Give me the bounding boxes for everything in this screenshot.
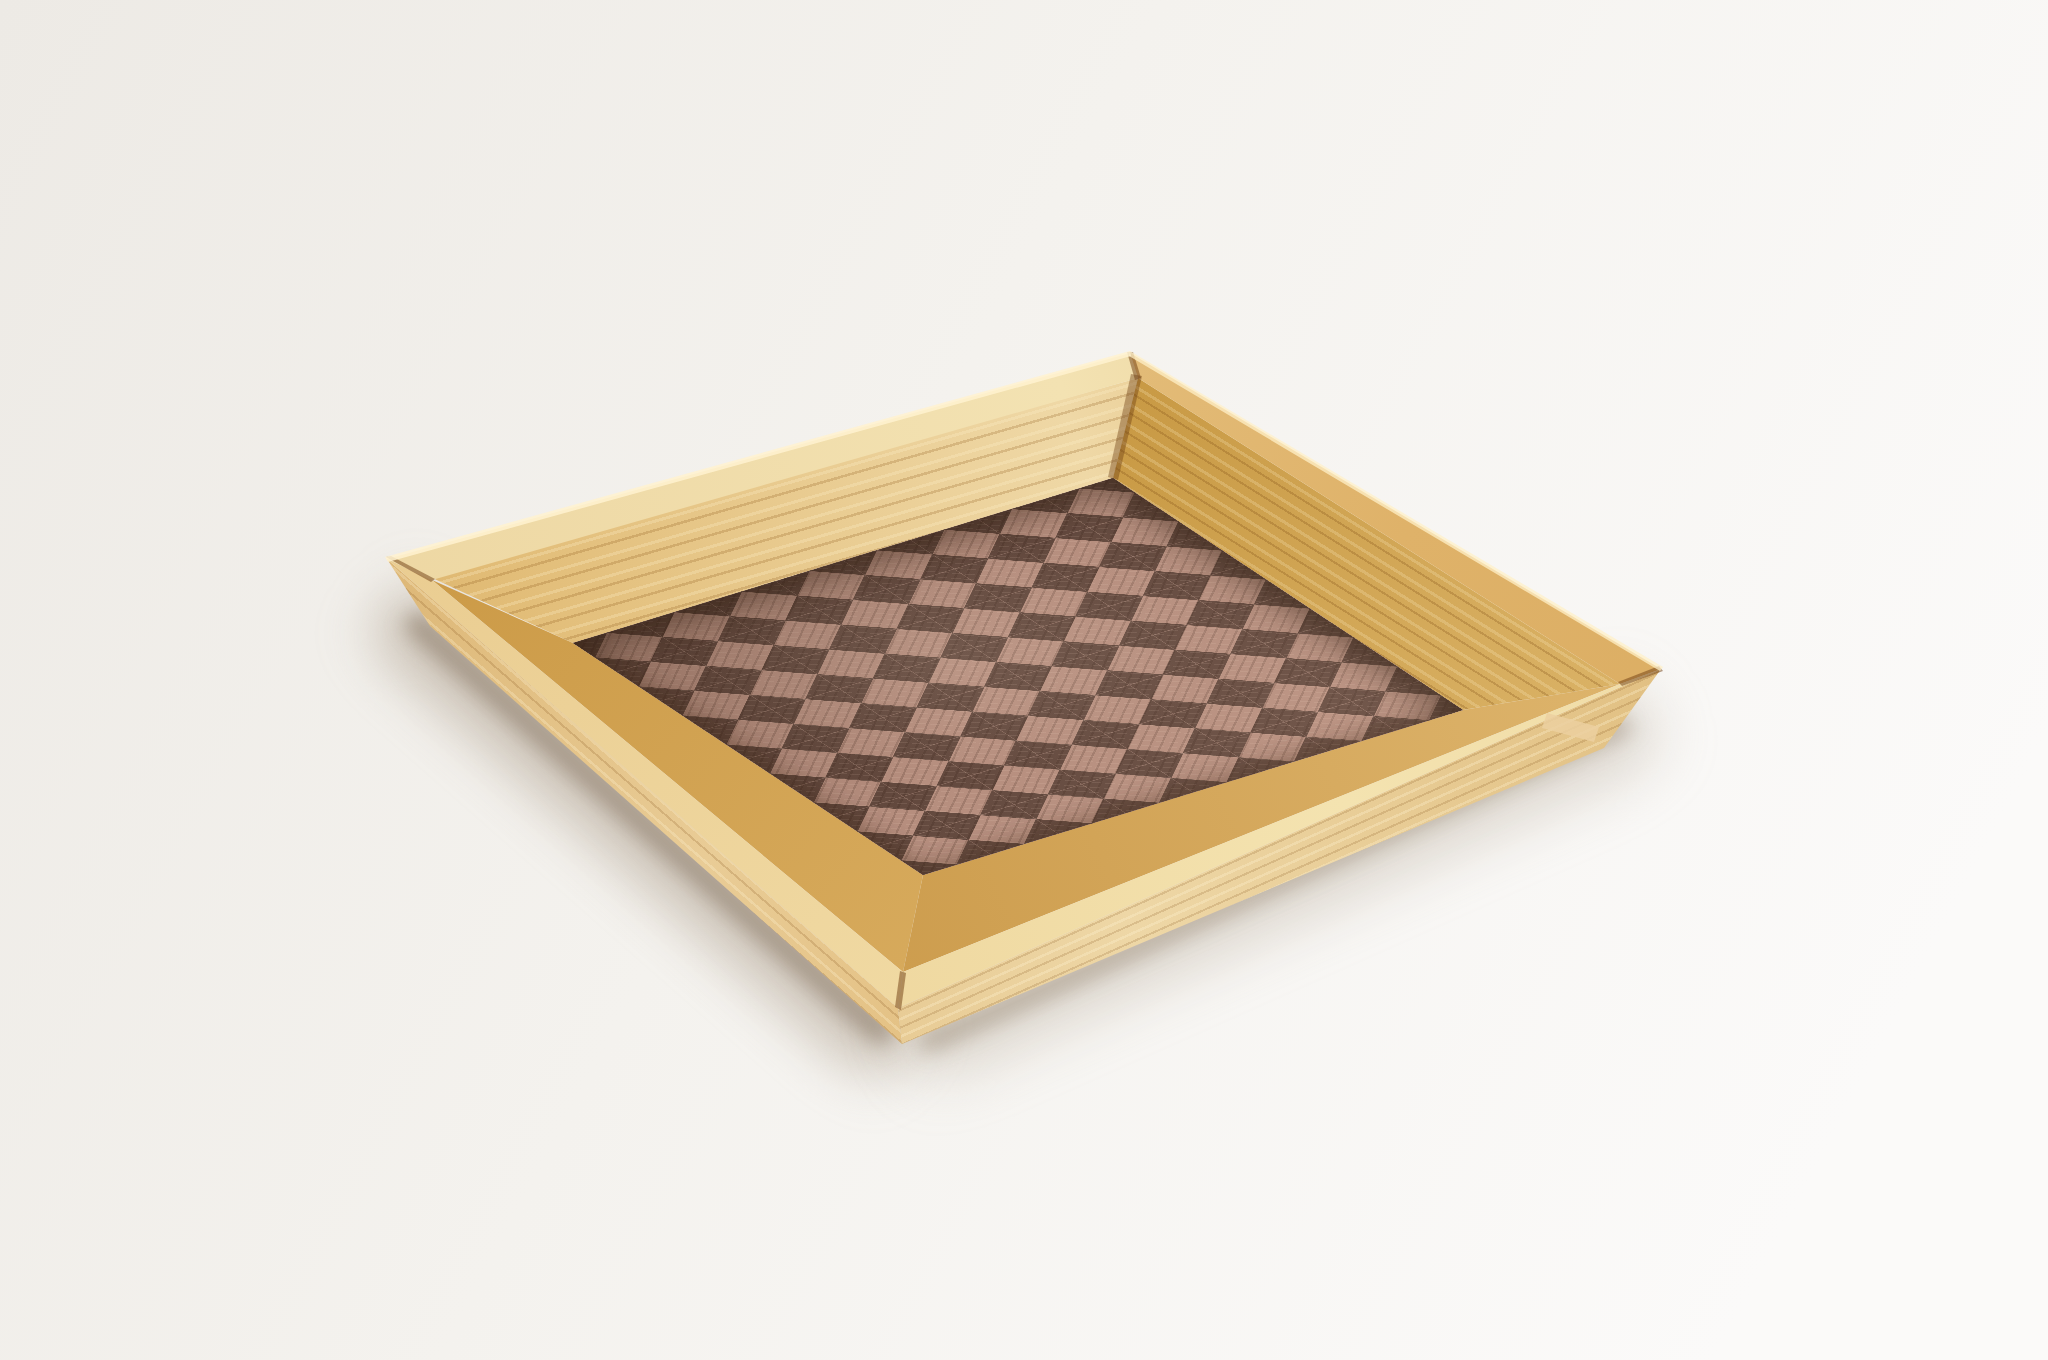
tray-photo-scene bbox=[0, 0, 2048, 1360]
